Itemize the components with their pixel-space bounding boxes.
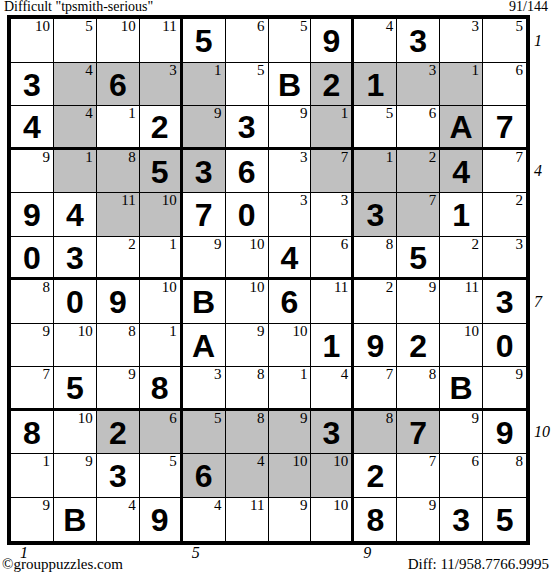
cell-value: 9 (311, 19, 351, 62)
cell-r8c6[interactable]: 9 (226, 324, 269, 368)
hint-number: 5 (516, 19, 524, 35)
hint-number: 10 (162, 280, 177, 296)
hint-number: 8 (386, 411, 394, 427)
hint-number: 2 (516, 193, 524, 209)
row-label-4: 4 (534, 161, 552, 181)
hint-number: 9 (429, 498, 437, 514)
cell-r4c10[interactable]: 2 (397, 150, 440, 194)
cell-value: 3 (354, 193, 396, 236)
cell-r6c1[interactable]: 0 (11, 237, 54, 281)
cell-r11c7[interactable]: 10 (269, 454, 312, 498)
cell-r8c11[interactable]: 10 (440, 324, 483, 368)
col-label-5: 5 (192, 545, 200, 561)
hint-number: 9 (300, 106, 308, 122)
hint-number: 11 (250, 498, 264, 514)
cell-r9c4[interactable]: 8 (140, 367, 183, 411)
cell-r1c6[interactable]: 6 (226, 19, 269, 63)
cell-value: 0 (54, 280, 96, 323)
hint-number: 1 (42, 454, 50, 470)
cell-value: A (183, 324, 225, 367)
cell-r11c9[interactable]: 2 (354, 454, 397, 498)
cell-r6c11[interactable]: 2 (440, 237, 483, 281)
hint-number: 8 (386, 237, 394, 253)
cell-r9c8[interactable]: 4 (311, 367, 354, 411)
cell-r12c4[interactable]: 9 (140, 498, 183, 542)
cell-r5c9[interactable]: 3 (354, 193, 397, 237)
hint-number: 3 (341, 193, 349, 209)
cell-r3c4[interactable]: 2 (140, 106, 183, 150)
hint-number: 4 (85, 106, 93, 122)
hint-number: 10 (162, 193, 177, 209)
hint-number: 1 (169, 237, 177, 253)
cell-value: 4 (269, 237, 311, 278)
cell-r1c2[interactable]: 5 (54, 19, 97, 63)
hint-number: 7 (386, 367, 394, 383)
cell-r7c5[interactable]: B (183, 280, 226, 324)
hint-number: 5 (85, 19, 93, 35)
cell-r6c5[interactable]: 9 (183, 237, 226, 281)
hint-number: 9 (257, 324, 265, 340)
cell-r7c8[interactable]: 11 (311, 280, 354, 324)
hint-number: 8 (429, 367, 437, 383)
cell-r10c5[interactable]: 5 (183, 411, 226, 455)
cell-value: 1 (311, 324, 351, 367)
hint-number: 8 (42, 280, 50, 296)
cell-r4c1[interactable]: 9 (11, 150, 54, 194)
cell-value: B (269, 63, 311, 106)
hint-number: 1 (472, 63, 480, 79)
cell-value: 1 (440, 193, 482, 236)
hint-number: 10 (78, 324, 93, 340)
cell-r4c2[interactable]: 1 (54, 150, 97, 194)
cell-r2c12[interactable]: 6 (483, 63, 526, 107)
cell-value: 8 (11, 411, 53, 454)
cell-r10c8[interactable]: 3 (311, 411, 354, 455)
hint-number: 1 (85, 150, 93, 166)
hint-number: 9 (214, 237, 222, 253)
cell-r4c5[interactable]: 3 (183, 150, 226, 194)
hint-number: 5 (214, 411, 222, 427)
cell-r11c12[interactable]: 8 (483, 454, 526, 498)
cell-r9c12[interactable]: 9 (483, 367, 526, 411)
hint-number: 8 (128, 150, 136, 166)
cell-value: 3 (397, 19, 439, 62)
cell-r1c9[interactable]: 4 (354, 19, 397, 63)
cell-r4c12[interactable]: 7 (483, 150, 526, 194)
cell-r8c2[interactable]: 10 (54, 324, 97, 368)
cell-r8c9[interactable]: 9 (354, 324, 397, 368)
hint-number: 10 (35, 19, 50, 35)
cell-r11c1[interactable]: 1 (11, 454, 54, 498)
hint-number: 6 (257, 19, 265, 35)
cell-value: 5 (183, 19, 225, 62)
cell-r5c5[interactable]: 7 (183, 193, 226, 237)
cell-r9c6[interactable]: 8 (226, 367, 269, 411)
cell-r5c8[interactable]: 3 (311, 193, 354, 237)
hint-number: 10 (78, 411, 93, 427)
hint-number: 6 (429, 106, 437, 122)
cell-value: 2 (354, 454, 396, 497)
progress-counter: 91/144 (509, 0, 548, 15)
hint-number: 9 (214, 106, 222, 122)
cell-r8c1[interactable]: 9 (11, 324, 54, 368)
hint-number: 2 (128, 237, 136, 253)
cell-value: 3 (97, 454, 139, 497)
cell-r10c9[interactable]: 8 (354, 411, 397, 455)
cell-r12c10[interactable]: 9 (397, 498, 440, 542)
hint-number: 10 (292, 454, 307, 470)
hint-number: 3 (300, 193, 308, 209)
cell-value: 4 (440, 150, 482, 193)
cell-r4c4[interactable]: 5 (140, 150, 183, 194)
cell-r3c6[interactable]: 3 (226, 106, 269, 150)
hint-number: 1 (214, 63, 222, 79)
cell-r7c7[interactable]: 6 (269, 280, 312, 324)
hint-number: 1 (300, 367, 308, 383)
cell-r2c2[interactable]: 4 (54, 63, 97, 107)
cell-r3c9[interactable]: 5 (354, 106, 397, 150)
cell-value: 7 (183, 193, 225, 236)
cell-r10c10[interactable]: 7 (397, 411, 440, 455)
cell-value: 0 (483, 324, 526, 367)
cell-r3c11[interactable]: A (440, 106, 483, 150)
cell-value: 2 (311, 63, 351, 106)
hint-number: 7 (429, 193, 437, 209)
hint-number: 6 (341, 237, 349, 253)
cell-r2c1[interactable]: 3 (11, 63, 54, 107)
cell-r2c11[interactable]: 1 (440, 63, 483, 107)
cell-value: B (440, 367, 482, 408)
cell-value: B (54, 498, 96, 542)
cell-r9c2[interactable]: 5 (54, 367, 97, 411)
cell-value: 3 (54, 237, 96, 278)
hint-number: 8 (516, 454, 524, 470)
cell-value: 3 (226, 106, 268, 147)
cell-r2c3[interactable]: 6 (97, 63, 140, 107)
hint-number: 5 (386, 106, 394, 122)
cell-r3c3[interactable]: 1 (97, 106, 140, 150)
cell-r12c6[interactable]: 11 (226, 498, 269, 542)
hint-number: 9 (300, 411, 308, 427)
hint-number: 10 (333, 454, 348, 470)
cell-r12c5[interactable]: 4 (183, 498, 226, 542)
difficulty-text: Diff: 11/958.7766.9995 (408, 556, 549, 573)
puzzle-page: Difficult "tpsmith-serious" 91/144 10510… (0, 0, 552, 577)
cell-r9c11[interactable]: B (440, 367, 483, 411)
hint-number: 11 (162, 19, 176, 35)
cell-value: 9 (140, 498, 180, 542)
cell-r5c6[interactable]: 0 (226, 193, 269, 237)
hint-number: 9 (516, 367, 524, 383)
hint-number: 1 (169, 324, 177, 340)
cell-r4c9[interactable]: 1 (354, 150, 397, 194)
cell-r10c6[interactable]: 8 (226, 411, 269, 455)
hint-number: 9 (42, 150, 50, 166)
sudoku-board: 105101156594335346315B213164412939156A79… (7, 15, 530, 545)
cell-r9c10[interactable]: 8 (397, 367, 440, 411)
cell-r8c8[interactable]: 1 (311, 324, 354, 368)
cell-r3c10[interactable]: 6 (397, 106, 440, 150)
hint-number: 7 (42, 367, 50, 383)
cell-value: 5 (483, 498, 526, 542)
cell-r5c12[interactable]: 2 (483, 193, 526, 237)
cell-r2c6[interactable]: 5 (226, 63, 269, 107)
hint-number: 9 (472, 411, 480, 427)
hint-number: 10 (292, 324, 307, 340)
cell-r4c8[interactable]: 7 (311, 150, 354, 194)
cell-r1c7[interactable]: 5 (269, 19, 312, 63)
hint-number: 6 (472, 454, 480, 470)
cell-r7c4[interactable]: 10 (140, 280, 183, 324)
hint-number: 2 (429, 150, 437, 166)
cell-r2c4[interactable]: 3 (140, 63, 183, 107)
cell-r12c7[interactable]: 9 (269, 498, 312, 542)
hint-number: 6 (516, 63, 524, 79)
hint-number: 9 (300, 498, 308, 514)
cell-r3c7[interactable]: 9 (269, 106, 312, 150)
hint-number: 1 (386, 150, 394, 166)
cell-r10c2[interactable]: 10 (54, 411, 97, 455)
row-label-1: 1 (534, 31, 552, 51)
cell-r7c10[interactable]: 9 (397, 280, 440, 324)
cell-r1c1[interactable]: 10 (11, 19, 54, 63)
cell-r10c12[interactable]: 9 (483, 411, 526, 455)
cell-r9c1[interactable]: 7 (11, 367, 54, 411)
cell-r11c10[interactable]: 7 (397, 454, 440, 498)
cell-r11c4[interactable]: 5 (140, 454, 183, 498)
cell-r5c4[interactable]: 10 (140, 193, 183, 237)
cell-r4c7[interactable]: 3 (269, 150, 312, 194)
cell-value: 0 (226, 193, 268, 236)
cell-r8c10[interactable]: 2 (397, 324, 440, 368)
cell-r1c3[interactable]: 10 (97, 19, 140, 63)
cell-r5c3[interactable]: 11 (97, 193, 140, 237)
hint-number: 4 (257, 454, 265, 470)
cell-value: 8 (354, 498, 396, 542)
cell-value: A (440, 106, 482, 147)
cell-value: 5 (54, 367, 96, 408)
cell-value: 3 (311, 411, 351, 454)
cell-r1c10[interactable]: 3 (397, 19, 440, 63)
cell-value: 3 (483, 280, 526, 323)
hint-number: 2 (472, 237, 480, 253)
cell-r2c9[interactable]: 1 (354, 63, 397, 107)
puzzle-title: Difficult "tpsmith-serious" (4, 0, 153, 15)
cell-r12c1[interactable]: 9 (11, 498, 54, 542)
cell-value: 2 (140, 106, 180, 147)
cell-r12c3[interactable]: 4 (97, 498, 140, 542)
cell-r6c8[interactable]: 6 (311, 237, 354, 281)
cell-r6c9[interactable]: 8 (354, 237, 397, 281)
cell-r3c8[interactable]: 1 (311, 106, 354, 150)
cell-r3c1[interactable]: 4 (11, 106, 54, 150)
cell-r9c7[interactable]: 1 (269, 367, 312, 411)
hint-number: 10 (121, 19, 136, 35)
cell-value: 4 (54, 193, 96, 236)
cell-r9c3[interactable]: 9 (97, 367, 140, 411)
cell-r3c5[interactable]: 9 (183, 106, 226, 150)
cell-r7c12[interactable]: 3 (483, 280, 526, 324)
cell-value: 1 (354, 63, 396, 106)
hint-number: 9 (85, 454, 93, 470)
hint-number: 9 (42, 498, 50, 514)
cell-r1c11[interactable]: 3 (440, 19, 483, 63)
col-label-9: 9 (363, 545, 371, 561)
cell-r1c5[interactable]: 5 (183, 19, 226, 63)
cell-r11c2[interactable]: 9 (54, 454, 97, 498)
cell-r12c9[interactable]: 8 (354, 498, 397, 542)
col-label-1: 1 (20, 545, 28, 561)
cell-r9c5[interactable]: 3 (183, 367, 226, 411)
cell-value: 6 (269, 280, 311, 323)
hint-number: 1 (128, 106, 136, 122)
hint-number: 7 (516, 150, 524, 166)
cell-value: 7 (397, 411, 439, 454)
cell-r8c4[interactable]: 1 (140, 324, 183, 368)
cell-r11c8[interactable]: 10 (311, 454, 354, 498)
cell-r3c2[interactable]: 4 (54, 106, 97, 150)
cell-r2c5[interactable]: 1 (183, 63, 226, 107)
cell-value: 9 (11, 193, 53, 236)
cell-r5c7[interactable]: 3 (269, 193, 312, 237)
row-label-10: 10 (534, 422, 552, 442)
cell-value: 5 (140, 150, 180, 193)
hint-number: 4 (386, 19, 394, 35)
cell-r7c11[interactable]: 11 (440, 280, 483, 324)
cell-r10c3[interactable]: 2 (97, 411, 140, 455)
cell-r3c12[interactable]: 7 (483, 106, 526, 150)
hint-number: 9 (128, 367, 136, 383)
cell-r5c2[interactable]: 4 (54, 193, 97, 237)
cell-r10c4[interactable]: 6 (140, 411, 183, 455)
cell-r8c5[interactable]: A (183, 324, 226, 368)
hint-number: 7 (341, 150, 349, 166)
cell-value: 9 (97, 280, 139, 323)
cell-r8c12[interactable]: 0 (483, 324, 526, 368)
cell-r5c1[interactable]: 9 (11, 193, 54, 237)
cell-r8c7[interactable]: 10 (269, 324, 312, 368)
hint-number: 7 (429, 454, 437, 470)
cell-r10c1[interactable]: 8 (11, 411, 54, 455)
hint-number: 5 (257, 63, 265, 79)
hint-number: 9 (42, 324, 50, 340)
cell-r2c8[interactable]: 2 (311, 63, 354, 107)
cell-r7c2[interactable]: 0 (54, 280, 97, 324)
hint-number: 8 (128, 324, 136, 340)
hint-number: 6 (169, 411, 177, 427)
cell-r12c8[interactable]: 10 (311, 498, 354, 542)
cell-r11c5[interactable]: 6 (183, 454, 226, 498)
cell-r6c10[interactable]: 5 (397, 237, 440, 281)
hint-number: 3 (429, 63, 437, 79)
cell-value: 7 (483, 106, 526, 147)
cell-r5c10[interactable]: 7 (397, 193, 440, 237)
cell-value: 3 (440, 498, 482, 542)
cell-value: 6 (183, 454, 225, 497)
cell-r8c3[interactable]: 8 (97, 324, 140, 368)
cell-r7c6[interactable]: 10 (226, 280, 269, 324)
cell-value: 6 (226, 150, 268, 193)
cell-value: 5 (397, 237, 439, 278)
cell-r10c7[interactable]: 9 (269, 411, 312, 455)
hint-number: 5 (169, 454, 177, 470)
cell-value: 2 (397, 324, 439, 367)
hint-number: 10 (333, 498, 348, 514)
hint-number: 4 (85, 63, 93, 79)
cell-r1c12[interactable]: 5 (483, 19, 526, 63)
cell-r4c6[interactable]: 6 (226, 150, 269, 194)
cell-r6c6[interactable]: 10 (226, 237, 269, 281)
hint-number: 10 (250, 237, 265, 253)
cell-r12c2[interactable]: B (54, 498, 97, 542)
hint-number: 3 (472, 19, 480, 35)
cell-r12c12[interactable]: 5 (483, 498, 526, 542)
hint-number: 3 (169, 63, 177, 79)
cell-value: 9 (354, 324, 396, 367)
cell-r4c3[interactable]: 8 (97, 150, 140, 194)
cell-r7c1[interactable]: 8 (11, 280, 54, 324)
hint-number: 8 (257, 411, 265, 427)
cell-r11c6[interactable]: 4 (226, 454, 269, 498)
cell-r4c11[interactable]: 4 (440, 150, 483, 194)
cell-r10c11[interactable]: 9 (440, 411, 483, 455)
cell-r2c10[interactable]: 3 (397, 63, 440, 107)
cell-r12c11[interactable]: 3 (440, 498, 483, 542)
hint-number: 4 (128, 498, 136, 514)
cell-value: 6 (97, 63, 139, 106)
cell-r6c4[interactable]: 1 (140, 237, 183, 281)
hint-number: 1 (341, 106, 349, 122)
cell-value: 0 (11, 237, 53, 278)
hint-number: 11 (121, 193, 135, 209)
cell-r11c11[interactable]: 6 (440, 454, 483, 498)
cell-r1c4[interactable]: 11 (140, 19, 183, 63)
cell-r6c7[interactable]: 4 (269, 237, 312, 281)
cell-r6c12[interactable]: 3 (483, 237, 526, 281)
hint-number: 5 (300, 19, 308, 35)
cell-value: 8 (140, 367, 180, 408)
hint-number: 3 (516, 237, 524, 253)
hint-number: 3 (214, 367, 222, 383)
cell-r6c2[interactable]: 3 (54, 237, 97, 281)
row-label-7: 7 (534, 292, 552, 312)
hint-number: 4 (341, 367, 349, 383)
hint-number: 3 (300, 150, 308, 166)
cell-r11c3[interactable]: 3 (97, 454, 140, 498)
cell-r1c8[interactable]: 9 (311, 19, 354, 63)
hint-number: 11 (334, 280, 348, 296)
cell-value: 3 (183, 150, 225, 193)
hint-number: 9 (429, 280, 437, 296)
cell-value: 4 (11, 106, 53, 147)
cell-r2c7[interactable]: B (269, 63, 312, 107)
cell-r6c3[interactable]: 2 (97, 237, 140, 281)
cell-value: 2 (97, 411, 139, 454)
cell-r7c9[interactable]: 2 (354, 280, 397, 324)
cell-r9c9[interactable]: 7 (354, 367, 397, 411)
hint-number: 8 (257, 367, 265, 383)
hint-number: 11 (465, 280, 479, 296)
hint-number: 2 (386, 280, 394, 296)
cell-r7c3[interactable]: 9 (97, 280, 140, 324)
hint-number: 4 (214, 498, 222, 514)
hint-number: 10 (464, 324, 479, 340)
cell-value: B (183, 280, 225, 323)
cell-value: 9 (483, 411, 526, 454)
cell-value: 3 (11, 63, 53, 106)
cell-r5c11[interactable]: 1 (440, 193, 483, 237)
hint-number: 10 (250, 280, 265, 296)
